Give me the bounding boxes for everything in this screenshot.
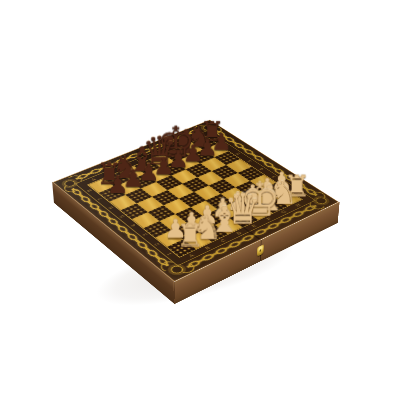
brass-latch (257, 244, 264, 256)
piece-black-pawn-a7[interactable]: ♟ (107, 173, 126, 197)
piece-white-rook-a1[interactable]: ♜ (176, 221, 197, 252)
chess-set-product-photo: AABBCCDDEEFFGGHH8877665544332211 ♜♞♝♛♚♝♞… (0, 0, 400, 400)
